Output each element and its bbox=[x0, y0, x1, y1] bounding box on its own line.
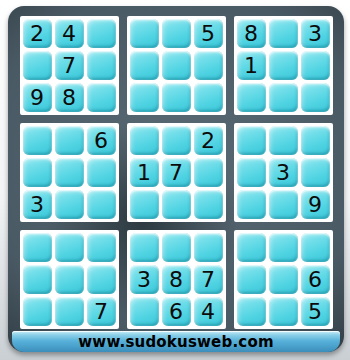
cell-r7c7[interactable] bbox=[237, 233, 266, 262]
cell-r4c8[interactable] bbox=[269, 126, 298, 155]
block-3-3: 65 bbox=[234, 230, 333, 329]
cell-r5c9[interactable] bbox=[301, 158, 330, 187]
cell-r8c2[interactable] bbox=[55, 265, 84, 294]
block-2-2: 217 bbox=[127, 123, 226, 222]
cell-r8c8[interactable] bbox=[269, 265, 298, 294]
sudoku-board: 247985831632173973876465 www.sudokusweb.… bbox=[8, 6, 344, 352]
cell-r6c7[interactable] bbox=[237, 190, 266, 219]
cell-r9c8[interactable] bbox=[269, 297, 298, 326]
cell-r6c9[interactable]: 9 bbox=[301, 190, 330, 219]
website-url: www.sudokusweb.com bbox=[78, 333, 273, 351]
cell-r9c5[interactable]: 6 bbox=[162, 297, 191, 326]
cell-r7c2[interactable] bbox=[55, 233, 84, 262]
cell-r5c4[interactable]: 1 bbox=[130, 158, 159, 187]
cell-r1c9[interactable]: 3 bbox=[301, 19, 330, 48]
cell-r6c2[interactable] bbox=[55, 190, 84, 219]
cell-r8c9[interactable]: 6 bbox=[301, 265, 330, 294]
cell-r1c2[interactable]: 4 bbox=[55, 19, 84, 48]
cell-r4c5[interactable] bbox=[162, 126, 191, 155]
cell-r6c4[interactable] bbox=[130, 190, 159, 219]
cell-r8c1[interactable] bbox=[23, 265, 52, 294]
cell-r5c2[interactable] bbox=[55, 158, 84, 187]
cell-r1c3[interactable] bbox=[87, 19, 116, 48]
cell-r3c1[interactable]: 9 bbox=[23, 83, 52, 112]
cell-r1c4[interactable] bbox=[130, 19, 159, 48]
cell-r9c1[interactable] bbox=[23, 297, 52, 326]
block-2-3: 39 bbox=[234, 123, 333, 222]
cell-r3c8[interactable] bbox=[269, 83, 298, 112]
cell-r9c4[interactable] bbox=[130, 297, 159, 326]
block-1-1: 24798 bbox=[20, 16, 119, 115]
cell-r6c8[interactable] bbox=[269, 190, 298, 219]
cell-r3c3[interactable] bbox=[87, 83, 116, 112]
cell-r2c6[interactable] bbox=[194, 51, 223, 80]
cell-r3c5[interactable] bbox=[162, 83, 191, 112]
block-3-1: 7 bbox=[20, 230, 119, 329]
cell-r2c7[interactable]: 1 bbox=[237, 51, 266, 80]
cell-r1c1[interactable]: 2 bbox=[23, 19, 52, 48]
cell-r5c6[interactable] bbox=[194, 158, 223, 187]
cell-r9c6[interactable]: 4 bbox=[194, 297, 223, 326]
cell-r3c2[interactable]: 8 bbox=[55, 83, 84, 112]
sudoku-grid: 247985831632173973876465 bbox=[20, 16, 333, 329]
cell-r5c1[interactable] bbox=[23, 158, 52, 187]
cell-r9c9[interactable]: 5 bbox=[301, 297, 330, 326]
cell-r2c3[interactable] bbox=[87, 51, 116, 80]
cell-r2c8[interactable] bbox=[269, 51, 298, 80]
cell-r1c6[interactable]: 5 bbox=[194, 19, 223, 48]
cell-r8c4[interactable]: 3 bbox=[130, 265, 159, 294]
cell-r1c5[interactable] bbox=[162, 19, 191, 48]
cell-r6c6[interactable] bbox=[194, 190, 223, 219]
cell-r8c6[interactable]: 7 bbox=[194, 265, 223, 294]
cell-r5c3[interactable] bbox=[87, 158, 116, 187]
cell-r7c1[interactable] bbox=[23, 233, 52, 262]
cell-r6c5[interactable] bbox=[162, 190, 191, 219]
block-1-2: 5 bbox=[127, 16, 226, 115]
cell-r6c1[interactable]: 3 bbox=[23, 190, 52, 219]
cell-r4c1[interactable] bbox=[23, 126, 52, 155]
cell-r1c8[interactable] bbox=[269, 19, 298, 48]
cell-r4c2[interactable] bbox=[55, 126, 84, 155]
cell-r8c5[interactable]: 8 bbox=[162, 265, 191, 294]
cell-r8c3[interactable] bbox=[87, 265, 116, 294]
cell-r5c7[interactable] bbox=[237, 158, 266, 187]
cell-r7c8[interactable] bbox=[269, 233, 298, 262]
cell-r4c6[interactable]: 2 bbox=[194, 126, 223, 155]
cell-r9c3[interactable]: 7 bbox=[87, 297, 116, 326]
cell-r4c7[interactable] bbox=[237, 126, 266, 155]
cell-r2c9[interactable] bbox=[301, 51, 330, 80]
block-1-3: 831 bbox=[234, 16, 333, 115]
cell-r5c5[interactable]: 7 bbox=[162, 158, 191, 187]
block-3-2: 38764 bbox=[127, 230, 226, 329]
footer-band: www.sudokusweb.com bbox=[12, 331, 340, 352]
cell-r2c5[interactable] bbox=[162, 51, 191, 80]
cell-r4c9[interactable] bbox=[301, 126, 330, 155]
cell-r2c2[interactable]: 7 bbox=[55, 51, 84, 80]
cell-r7c5[interactable] bbox=[162, 233, 191, 262]
block-2-1: 63 bbox=[20, 123, 119, 222]
cell-r3c4[interactable] bbox=[130, 83, 159, 112]
cell-r7c9[interactable] bbox=[301, 233, 330, 262]
cell-r7c4[interactable] bbox=[130, 233, 159, 262]
cell-r2c1[interactable] bbox=[23, 51, 52, 80]
cell-r1c7[interactable]: 8 bbox=[237, 19, 266, 48]
cell-r2c4[interactable] bbox=[130, 51, 159, 80]
cell-r5c8[interactable]: 3 bbox=[269, 158, 298, 187]
cell-r6c3[interactable] bbox=[87, 190, 116, 219]
cell-r3c6[interactable] bbox=[194, 83, 223, 112]
cell-r3c9[interactable] bbox=[301, 83, 330, 112]
page-background: 247985831632173973876465 www.sudokusweb.… bbox=[0, 0, 350, 360]
cell-r8c7[interactable] bbox=[237, 265, 266, 294]
cell-r9c2[interactable] bbox=[55, 297, 84, 326]
cell-r4c3[interactable]: 6 bbox=[87, 126, 116, 155]
cell-r4c4[interactable] bbox=[130, 126, 159, 155]
cell-r3c7[interactable] bbox=[237, 83, 266, 112]
cell-r9c7[interactable] bbox=[237, 297, 266, 326]
cell-r7c3[interactable] bbox=[87, 233, 116, 262]
cell-r7c6[interactable] bbox=[194, 233, 223, 262]
